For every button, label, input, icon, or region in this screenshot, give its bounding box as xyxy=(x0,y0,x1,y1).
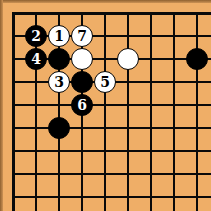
stone-black-move-6: 6 xyxy=(71,94,93,116)
grid-line-vertical-8 xyxy=(173,12,175,211)
stone-move-number: 1 xyxy=(54,29,64,43)
stone-black xyxy=(48,117,70,139)
grid-line-horizontal-9 xyxy=(12,196,211,198)
stone-move-number: 2 xyxy=(31,29,41,43)
stone-black xyxy=(48,48,70,70)
grid-line-vertical-9 xyxy=(196,12,198,211)
stone-move-number: 6 xyxy=(77,98,87,112)
stone-move-number: 3 xyxy=(54,75,64,89)
grid-line-horizontal-8 xyxy=(12,173,211,175)
stone-white-move-7: 7 xyxy=(71,25,93,47)
stone-white xyxy=(117,48,139,70)
grid-line-vertical-7 xyxy=(150,12,152,211)
grid-line-horizontal-6 xyxy=(12,127,211,129)
stone-black xyxy=(186,48,208,70)
grid-line-horizontal-7 xyxy=(12,150,211,152)
stone-black-move-2: 2 xyxy=(25,25,47,47)
stone-black-move-4: 4 xyxy=(25,48,47,70)
stone-white-move-1: 1 xyxy=(48,25,70,47)
board-bevel-top xyxy=(0,0,211,3)
grid-line-vertical-6 xyxy=(127,12,129,211)
stone-move-number: 5 xyxy=(100,75,110,89)
grid-line-horizontal-1 xyxy=(12,12,211,15)
grid-line-vertical-1 xyxy=(12,12,15,211)
stone-white xyxy=(71,48,93,70)
stone-black xyxy=(71,71,93,93)
grid-line-vertical-5 xyxy=(104,12,106,211)
stone-move-number: 4 xyxy=(31,52,41,66)
stone-white-move-5: 5 xyxy=(94,71,116,93)
stone-move-number: 7 xyxy=(77,29,87,43)
grid-line-horizontal-5 xyxy=(12,104,211,106)
go-board: 2174356 xyxy=(0,0,211,211)
stone-white-move-3: 3 xyxy=(48,71,70,93)
board-bevel-left xyxy=(0,0,3,211)
